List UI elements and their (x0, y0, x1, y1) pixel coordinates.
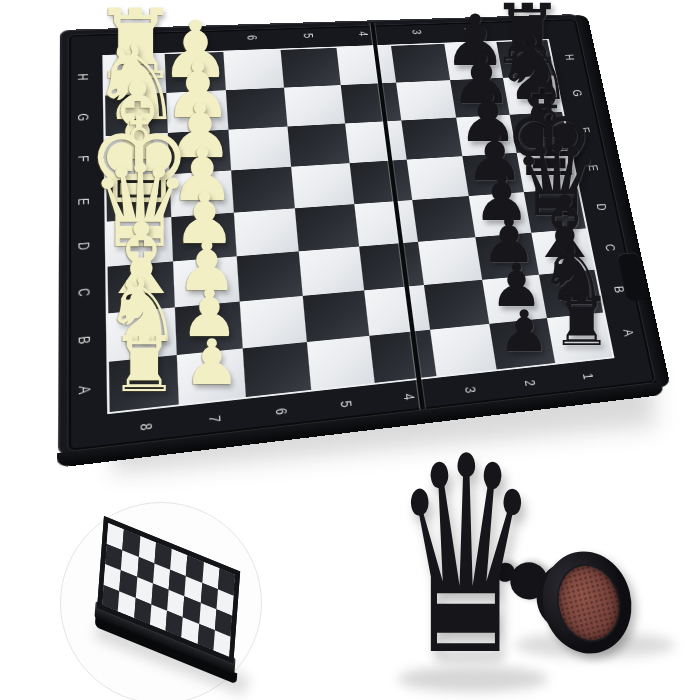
square-g6 (226, 88, 288, 130)
square-f1 (510, 112, 570, 153)
rank-label-top-3: 3 (409, 29, 422, 34)
square-a3 (430, 324, 497, 376)
square-h8 (105, 54, 167, 95)
file-label-right-D: D (594, 203, 608, 211)
file-label-left-D: D (75, 241, 91, 250)
file-label-right-B: B (611, 285, 625, 293)
square-d5 (295, 204, 359, 251)
square-c2 (475, 233, 539, 280)
square-f3 (401, 118, 462, 160)
square-b5 (303, 290, 370, 342)
square-d4 (354, 200, 418, 246)
square-b3 (424, 280, 489, 330)
file-label-left-G: G (75, 113, 90, 121)
square-b1 (539, 270, 603, 318)
black-queen: ♛ (393, 432, 539, 682)
square-d7 (171, 213, 236, 262)
square-h2 (444, 42, 503, 80)
square-e1 (517, 150, 578, 193)
square-c7 (173, 256, 240, 307)
square-f5 (288, 123, 350, 166)
square-h5 (281, 48, 341, 88)
file-label-right-E: E (586, 164, 600, 171)
square-e4 (350, 160, 413, 205)
square-b2 (482, 275, 547, 324)
square-e3 (407, 156, 469, 200)
square-d3 (412, 196, 475, 242)
square-a8 (109, 355, 179, 412)
square-d2 (469, 192, 532, 237)
product-photo: HHGGFFEEDDCCBBAA8877665544332211 ♜♟♟♜♞♟♟… (0, 0, 700, 700)
square-f4 (345, 120, 407, 163)
file-label-left-F: F (75, 155, 90, 162)
square-a5 (307, 336, 375, 390)
square-g5 (284, 85, 345, 126)
file-label-right-A: A (621, 328, 636, 336)
square-c6 (237, 251, 303, 301)
rank-label-top-2: 2 (462, 28, 475, 33)
square-a7 (177, 348, 246, 404)
file-label-right-C: C (603, 243, 617, 251)
chess-board: HHGGFFEEDDCCBBAA8877665544332211 (58, 14, 660, 456)
square-h1 (496, 40, 554, 78)
file-label-left-H: H (75, 73, 90, 80)
square-f8 (106, 133, 170, 178)
square-d1 (524, 188, 586, 232)
pieces-closeup-inset: ♟ ♛ (380, 420, 700, 700)
square-a4 (369, 330, 436, 383)
square-c1 (531, 228, 594, 274)
file-label-left-A: A (76, 384, 93, 394)
square-g8 (105, 93, 168, 136)
square-h4 (336, 46, 396, 85)
square-d6 (234, 208, 299, 256)
square-h3 (391, 44, 450, 83)
square-c5 (299, 247, 364, 296)
file-label-right-F: F (578, 126, 591, 132)
square-c4 (359, 242, 424, 291)
rank-label-top-4: 4 (356, 31, 369, 36)
square-b7 (175, 302, 243, 355)
square-e6 (231, 167, 295, 213)
square-b4 (364, 285, 430, 336)
square-g2 (450, 78, 510, 118)
playing-area (105, 40, 613, 412)
square-d8 (107, 217, 173, 267)
file-label-right-H: H (563, 54, 576, 60)
square-g3 (396, 80, 456, 120)
rank-label-top-7: 7 (186, 37, 200, 42)
square-e5 (291, 163, 354, 208)
rank-label-top-6: 6 (244, 35, 258, 40)
square-f2 (456, 115, 517, 156)
rank-label-top-5: 5 (301, 33, 315, 38)
square-f6 (228, 127, 291, 171)
square-e8 (106, 174, 171, 221)
felt-surface (549, 557, 629, 649)
square-e7 (170, 170, 234, 217)
file-label-left-C: C (75, 287, 91, 296)
square-g1 (503, 76, 562, 115)
square-c8 (108, 261, 175, 313)
rank-label-top-8: 8 (127, 39, 141, 44)
square-e2 (462, 153, 524, 196)
file-label-right-G: G (570, 89, 583, 96)
file-label-left-B: B (76, 335, 92, 344)
square-h6 (223, 50, 284, 90)
square-b6 (240, 296, 307, 349)
square-g4 (341, 83, 402, 124)
square-a2 (489, 318, 555, 369)
rank-label-top-1: 1 (513, 26, 526, 31)
square-f7 (168, 130, 231, 175)
square-a1 (547, 312, 612, 362)
square-g7 (166, 90, 228, 133)
file-label-left-E: E (75, 197, 90, 205)
square-c3 (418, 237, 482, 285)
square-h7 (165, 52, 226, 93)
square-b8 (108, 307, 177, 361)
square-a6 (243, 342, 311, 397)
